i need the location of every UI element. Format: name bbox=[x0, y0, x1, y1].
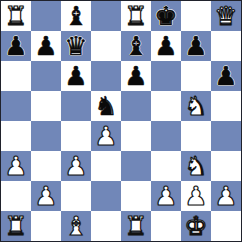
square-d7[interactable] bbox=[91, 31, 121, 61]
piece-black-pawn-h6[interactable]: ♟ bbox=[214, 61, 237, 91]
square-d6[interactable] bbox=[91, 61, 121, 91]
square-e3[interactable] bbox=[121, 151, 151, 181]
square-a1[interactable]: ♜ bbox=[1, 211, 31, 241]
square-a4[interactable] bbox=[1, 121, 31, 151]
piece-white-rook-e1[interactable]: ♜ bbox=[124, 211, 147, 241]
square-h2[interactable]: ♟ bbox=[211, 181, 241, 211]
piece-black-pawn-c6[interactable]: ♟ bbox=[64, 61, 87, 91]
piece-white-pawn-b2[interactable]: ♟ bbox=[34, 181, 57, 211]
piece-black-bishop-c8[interactable]: ♝ bbox=[64, 1, 87, 31]
square-b1[interactable] bbox=[31, 211, 61, 241]
square-c1[interactable]: ♝ bbox=[61, 211, 91, 241]
square-d8[interactable] bbox=[91, 1, 121, 31]
square-f4[interactable] bbox=[151, 121, 181, 151]
square-e7[interactable]: ♝ bbox=[121, 31, 151, 61]
square-d1[interactable] bbox=[91, 211, 121, 241]
square-b7[interactable]: ♟ bbox=[31, 31, 61, 61]
square-h4[interactable] bbox=[211, 121, 241, 151]
piece-black-pawn-a7[interactable]: ♟ bbox=[4, 31, 27, 61]
square-a5[interactable] bbox=[1, 91, 31, 121]
square-g2[interactable]: ♟ bbox=[181, 181, 211, 211]
square-e2[interactable] bbox=[121, 181, 151, 211]
square-c5[interactable] bbox=[61, 91, 91, 121]
square-d3[interactable] bbox=[91, 151, 121, 181]
square-f5[interactable] bbox=[151, 91, 181, 121]
square-d4[interactable]: ♟ bbox=[91, 121, 121, 151]
square-e5[interactable] bbox=[121, 91, 151, 121]
piece-white-rook-a1[interactable]: ♜ bbox=[4, 211, 27, 241]
square-d2[interactable] bbox=[91, 181, 121, 211]
square-d5[interactable]: ♞ bbox=[91, 91, 121, 121]
piece-black-pawn-g7[interactable]: ♟ bbox=[184, 31, 207, 61]
square-e8[interactable]: ♜ bbox=[121, 1, 151, 31]
square-g5[interactable]: ♞ bbox=[181, 91, 211, 121]
square-h7[interactable] bbox=[211, 31, 241, 61]
piece-white-pawn-f2[interactable]: ♟ bbox=[154, 181, 177, 211]
square-h6[interactable]: ♟ bbox=[211, 61, 241, 91]
square-f2[interactable]: ♟ bbox=[151, 181, 181, 211]
square-c2[interactable] bbox=[61, 181, 91, 211]
square-b8[interactable] bbox=[31, 1, 61, 31]
square-c6[interactable]: ♟ bbox=[61, 61, 91, 91]
square-b4[interactable] bbox=[31, 121, 61, 151]
piece-white-bishop-c1[interactable]: ♝ bbox=[64, 211, 87, 241]
square-h8[interactable]: ♛ bbox=[211, 1, 241, 31]
square-g1[interactable]: ♚ bbox=[181, 211, 211, 241]
piece-black-pawn-e6[interactable]: ♟ bbox=[124, 61, 147, 91]
piece-black-knight-d5[interactable]: ♞ bbox=[94, 91, 117, 121]
piece-black-bishop-e7[interactable]: ♝ bbox=[124, 31, 147, 61]
square-c4[interactable] bbox=[61, 121, 91, 151]
square-f8[interactable]: ♚ bbox=[151, 1, 181, 31]
square-e6[interactable]: ♟ bbox=[121, 61, 151, 91]
square-h5[interactable] bbox=[211, 91, 241, 121]
piece-white-pawn-g2[interactable]: ♟ bbox=[184, 181, 207, 211]
piece-white-pawn-h2[interactable]: ♟ bbox=[214, 181, 237, 211]
piece-white-rook-a8[interactable]: ♜ bbox=[4, 1, 27, 31]
square-g8[interactable] bbox=[181, 1, 211, 31]
square-a6[interactable] bbox=[1, 61, 31, 91]
square-a8[interactable]: ♜ bbox=[1, 1, 31, 31]
square-f7[interactable]: ♟ bbox=[151, 31, 181, 61]
square-e1[interactable]: ♜ bbox=[121, 211, 151, 241]
square-g4[interactable] bbox=[181, 121, 211, 151]
square-f3[interactable] bbox=[151, 151, 181, 181]
square-c7[interactable]: ♛ bbox=[61, 31, 91, 61]
square-b2[interactable]: ♟ bbox=[31, 181, 61, 211]
piece-black-pawn-f7[interactable]: ♟ bbox=[154, 31, 177, 61]
piece-white-pawn-c3[interactable]: ♟ bbox=[64, 151, 87, 181]
piece-white-pawn-a3[interactable]: ♟ bbox=[4, 151, 27, 181]
piece-white-rook-e8[interactable]: ♜ bbox=[124, 1, 147, 31]
square-f6[interactable] bbox=[151, 61, 181, 91]
square-e4[interactable] bbox=[121, 121, 151, 151]
square-b3[interactable] bbox=[31, 151, 61, 181]
square-h3[interactable] bbox=[211, 151, 241, 181]
square-a7[interactable]: ♟ bbox=[1, 31, 31, 61]
piece-white-knight-g5[interactable]: ♞ bbox=[184, 91, 207, 121]
square-a3[interactable]: ♟ bbox=[1, 151, 31, 181]
square-b5[interactable] bbox=[31, 91, 61, 121]
piece-white-king-g1[interactable]: ♚ bbox=[184, 211, 207, 241]
square-b6[interactable] bbox=[31, 61, 61, 91]
square-c3[interactable]: ♟ bbox=[61, 151, 91, 181]
piece-white-knight-g3[interactable]: ♞ bbox=[184, 151, 207, 181]
square-f1[interactable] bbox=[151, 211, 181, 241]
square-g3[interactable]: ♞ bbox=[181, 151, 211, 181]
piece-black-king-f8[interactable]: ♚ bbox=[154, 1, 177, 31]
square-g6[interactable] bbox=[181, 61, 211, 91]
chess-board: ♜♝♜♚♛♟♟♛♝♟♟♟♟♟♞♞♟♟♟♞♟♟♟♟♜♝♜♚ bbox=[0, 0, 242, 242]
square-h1[interactable] bbox=[211, 211, 241, 241]
square-c8[interactable]: ♝ bbox=[61, 1, 91, 31]
piece-white-pawn-d4[interactable]: ♟ bbox=[94, 121, 117, 151]
piece-black-pawn-b7[interactable]: ♟ bbox=[34, 31, 57, 61]
piece-black-queen-c7[interactable]: ♛ bbox=[64, 31, 87, 61]
piece-white-queen-h8[interactable]: ♛ bbox=[214, 1, 237, 31]
square-a2[interactable] bbox=[1, 181, 31, 211]
square-g7[interactable]: ♟ bbox=[181, 31, 211, 61]
